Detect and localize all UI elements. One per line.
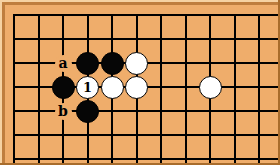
grid-line-vertical <box>234 14 236 165</box>
grid-line-vertical <box>185 14 187 165</box>
white-stone <box>199 76 222 99</box>
grid-line-vertical <box>13 14 15 165</box>
go-diagram: ab1 <box>0 0 280 165</box>
black-stone <box>101 52 124 75</box>
frame-top-bar <box>2 2 280 5</box>
grid-line-horizontal <box>13 14 280 16</box>
black-stone <box>52 76 75 99</box>
grid-line-horizontal <box>13 110 280 112</box>
frame-bottom-bar <box>0 163 280 165</box>
grid-line-vertical <box>160 14 162 165</box>
black-stone <box>76 100 99 123</box>
move-number: 1 <box>83 80 92 93</box>
black-stone <box>76 52 99 75</box>
white-stone <box>101 76 124 99</box>
grid-line-horizontal <box>13 38 280 40</box>
grid-line-horizontal <box>13 134 280 136</box>
frame-left-bar <box>2 2 5 165</box>
frame-right-bar <box>278 0 280 165</box>
white-stone <box>125 76 148 99</box>
grid-line-vertical <box>258 14 260 165</box>
grid-line-vertical <box>38 14 40 165</box>
point-label-b: b <box>55 103 72 120</box>
white-stone: 1 <box>76 76 99 99</box>
grid-line-horizontal <box>13 158 280 160</box>
point-label-a: a <box>55 55 72 72</box>
white-stone <box>125 52 148 75</box>
